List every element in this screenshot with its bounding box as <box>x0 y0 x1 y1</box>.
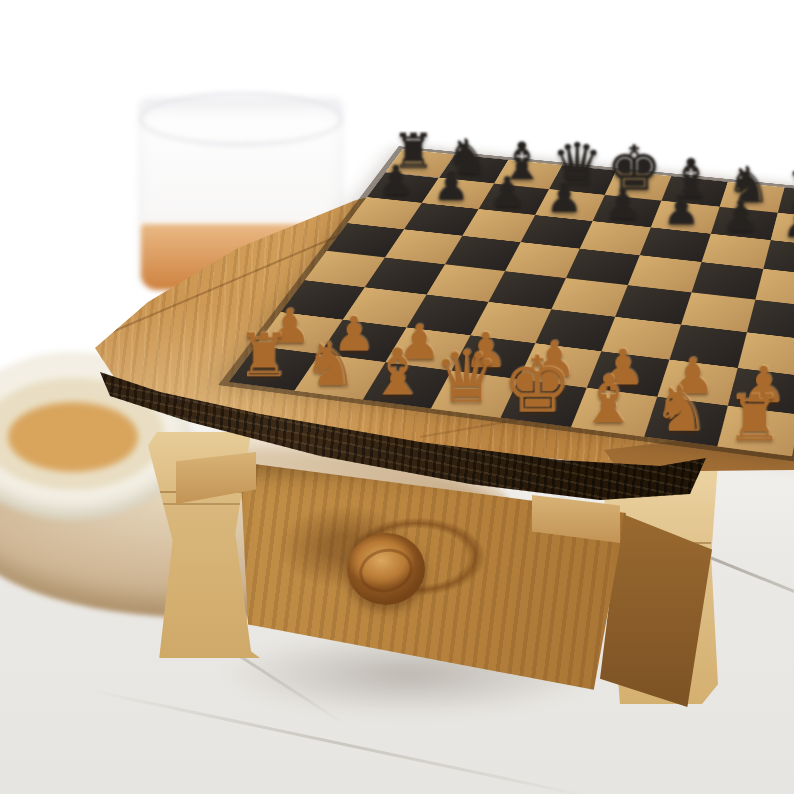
board-square[interactable]: ♟ <box>651 201 719 234</box>
chess-piece-white-bishop[interactable]: ♝ <box>579 370 638 430</box>
chess-piece-white-rook[interactable]: ♜ <box>236 330 290 384</box>
chess-piece-white-king[interactable]: ♚ <box>502 349 572 420</box>
board-square[interactable]: ♞ <box>644 397 728 447</box>
chess-piece-black-pawn[interactable]: ♟ <box>663 191 700 228</box>
board-square[interactable] <box>580 221 651 255</box>
chess-piece-black-pawn[interactable]: ♟ <box>378 162 414 198</box>
chess-piece-white-bishop[interactable]: ♝ <box>369 343 427 401</box>
chess-piece-white-rook[interactable]: ♜ <box>726 391 783 449</box>
chess-piece-white-knight[interactable]: ♞ <box>303 338 357 393</box>
board-square[interactable] <box>691 262 763 300</box>
chess-piece-white-queen[interactable]: ♛ <box>435 346 500 411</box>
chess-piece-white-knight[interactable]: ♞ <box>653 382 710 439</box>
chess-piece-black-pawn[interactable]: ♟ <box>722 197 760 235</box>
board-square[interactable]: ♝ <box>571 388 656 437</box>
chess-piece-black-pawn[interactable]: ♟ <box>782 203 794 241</box>
chess-piece-black-pawn[interactable]: ♟ <box>546 179 583 216</box>
chess-piece-black-pawn[interactable]: ♟ <box>604 185 641 222</box>
board-square[interactable] <box>747 300 794 341</box>
board-square[interactable]: ♜ <box>717 406 794 457</box>
container-center <box>8 402 138 472</box>
chess-piece-black-pawn[interactable]: ♟ <box>433 168 469 204</box>
photo-scene: ♜♞♝♛♚♝♞♜♟♟♟♟♟♟♟♟♟♟♟♟♟♟♟♟♜♞♝♛♚♝♞♜ <box>0 0 794 794</box>
board-perspective-wrap: ♜♞♝♛♚♝♞♜♟♟♟♟♟♟♟♟♟♟♟♟♟♟♟♟♜♞♝♛♚♝♞♜ <box>306 88 794 608</box>
chess-piece-black-pawn[interactable]: ♟ <box>489 173 526 210</box>
